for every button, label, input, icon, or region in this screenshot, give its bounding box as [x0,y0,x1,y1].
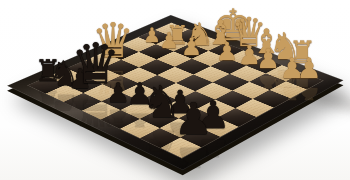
product-photo-scene[interactable]: ♜♜♞♞♟♟♛♛♟♟♟♟♞♞♟♟♟♟♟♟♛♛♟♟♜♟♞♝♚♟♛♟♝♟♟♞♞♟♟♜… [0,0,350,180]
board-squares [28,23,322,158]
board-wrap [0,0,350,180]
chess-board [7,15,343,170]
